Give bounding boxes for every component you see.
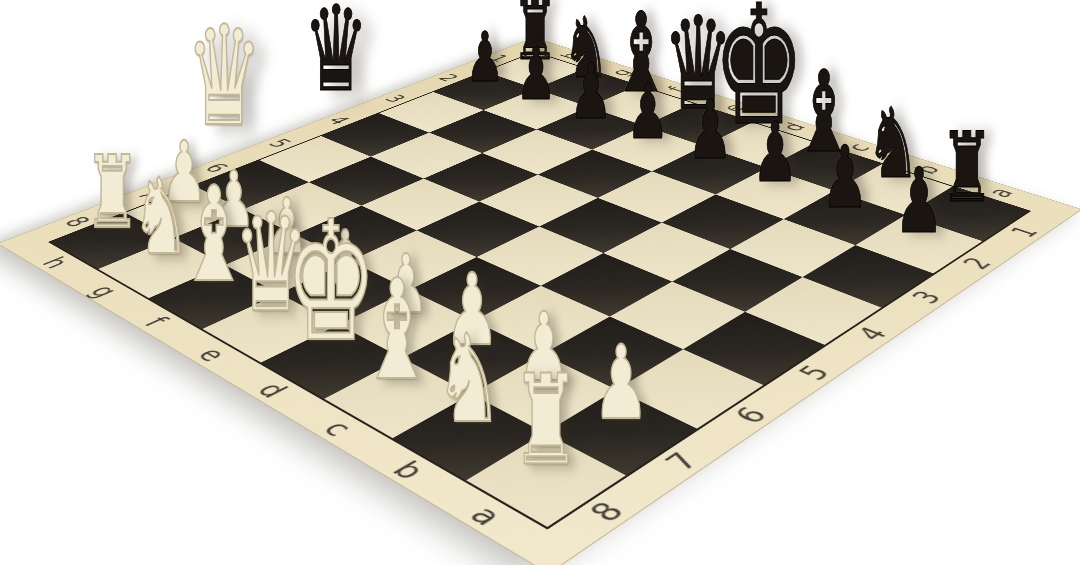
rank-label-right-6: 6: [729, 404, 773, 427]
file-label-bottom-a: a: [464, 501, 510, 529]
rank-label-right-8: 8: [584, 498, 631, 526]
rank-label-right-1: 1: [1005, 224, 1042, 240]
black-pawn-c2[interactable]: ♟: [752, 112, 798, 195]
extra-black-queen[interactable]: ♛: [303, 0, 369, 108]
black-pawn-b2[interactable]: ♟: [821, 133, 869, 219]
rank-label-right-5: 5: [793, 362, 835, 383]
rank-label-right-3: 3: [907, 288, 947, 306]
rank-label-right-4: 4: [852, 324, 893, 344]
white-knight-b8[interactable]: ♞: [435, 317, 503, 439]
white-rook-a8[interactable]: ♜: [512, 358, 581, 482]
black-pawn-g2[interactable]: ♟: [516, 37, 557, 110]
file-label-bottom-g: g: [86, 282, 124, 300]
file-label-bottom-h: h: [38, 254, 75, 271]
black-pawn-f2[interactable]: ♟: [569, 52, 612, 130]
rank-label-right-2: 2: [958, 255, 996, 272]
black-pawn-d2[interactable]: ♟: [687, 90, 733, 172]
black-pawn-h2[interactable]: ♟: [465, 23, 503, 92]
black-pawn-a2[interactable]: ♟: [894, 156, 944, 246]
chess-set-photo: hh11gg22ff33ee44dd55cc66bb77aa88 ♜♞♝♛♚♝♞…: [0, 0, 1080, 565]
file-label-bottom-d: d: [252, 379, 294, 401]
file-label-bottom-f: f: [140, 313, 174, 329]
white-bishop-c8[interactable]: ♝: [359, 263, 436, 401]
file-label-bottom-b: b: [387, 457, 432, 483]
rank-label-right-7: 7: [659, 449, 704, 474]
file-label-bottom-e: e: [193, 344, 233, 364]
white-pawn-a7[interactable]: ♟: [593, 332, 650, 434]
black-rook-a1[interactable]: ♜: [940, 119, 994, 216]
black-pawn-e2[interactable]: ♟: [627, 73, 670, 150]
file-label-bottom-c: c: [318, 417, 359, 440]
